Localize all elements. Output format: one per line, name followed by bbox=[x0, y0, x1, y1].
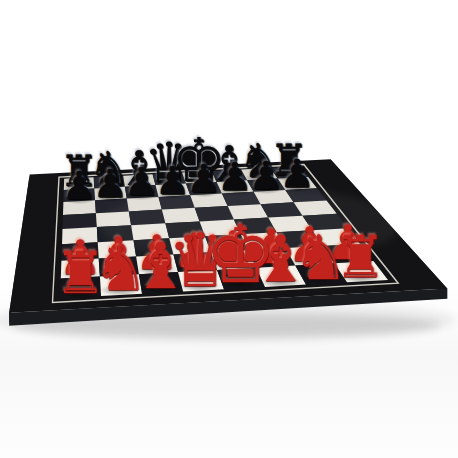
square-a6 bbox=[63, 200, 96, 215]
square-d1 bbox=[178, 270, 224, 292]
square-b1 bbox=[100, 274, 142, 296]
square-c1 bbox=[139, 272, 183, 294]
square-a4 bbox=[62, 227, 98, 244]
board-sheen bbox=[100, 187, 400, 263]
chess-set-photo: ♜♞♝♛♚♝♞♜♟♟♟♟♟♟♟♟♟♟♟♟♟♟♟♟♜♞♝♛♚♝♞♜ bbox=[0, 0, 458, 458]
square-a8 bbox=[64, 177, 95, 190]
square-c8 bbox=[123, 174, 155, 187]
chess-board bbox=[0, 0, 458, 458]
square-a3 bbox=[61, 242, 98, 261]
square-a7 bbox=[63, 188, 95, 202]
square-f8 bbox=[212, 170, 248, 182]
square-e8 bbox=[182, 171, 217, 183]
square-a1 bbox=[60, 276, 101, 298]
square-b8 bbox=[94, 176, 125, 189]
square-d8 bbox=[153, 173, 186, 186]
square-a5 bbox=[63, 213, 97, 229]
square-b7 bbox=[94, 187, 127, 201]
square-b2 bbox=[99, 257, 139, 277]
square-a2 bbox=[61, 259, 100, 279]
